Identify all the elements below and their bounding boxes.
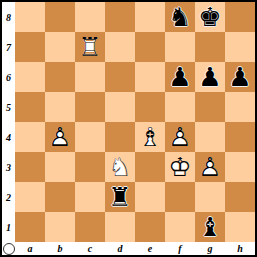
rank-label-1: 1	[2, 212, 15, 242]
piece-black-king: ♚	[195, 2, 225, 32]
square-e6[interactable]	[135, 62, 165, 92]
square-e1[interactable]	[135, 212, 165, 242]
square-h6[interactable]: ♟	[225, 62, 255, 92]
square-h1[interactable]	[225, 212, 255, 242]
square-h7[interactable]	[225, 32, 255, 62]
piece-black-rook: ♜	[105, 182, 135, 212]
square-d6[interactable]	[105, 62, 135, 92]
piece-black-knight: ♞	[165, 2, 195, 32]
square-g3[interactable]: ♟♙	[195, 152, 225, 182]
square-d2[interactable]: ♜	[105, 182, 135, 212]
rank-label-4: 4	[2, 122, 15, 152]
square-c7[interactable]: ♜♖	[75, 32, 105, 62]
square-a2[interactable]	[15, 182, 45, 212]
square-d7[interactable]	[105, 32, 135, 62]
square-c8[interactable]	[75, 2, 105, 32]
square-h2[interactable]	[225, 182, 255, 212]
piece-white-pawn-fill: ♟	[45, 122, 75, 152]
square-f5[interactable]	[165, 92, 195, 122]
piece-white-bishop: ♗	[135, 122, 165, 152]
file-label-d: d	[105, 242, 135, 255]
square-b7[interactable]	[45, 32, 75, 62]
square-f2[interactable]	[165, 182, 195, 212]
square-a6[interactable]	[15, 62, 45, 92]
square-h3[interactable]	[225, 152, 255, 182]
square-g6[interactable]: ♟	[195, 62, 225, 92]
piece-black-pawn: ♟	[225, 62, 255, 92]
piece-black-pawn: ♟	[195, 62, 225, 92]
rank-label-5: 5	[2, 92, 15, 122]
piece-white-knight-fill: ♞	[105, 152, 135, 182]
square-b2[interactable]	[45, 182, 75, 212]
piece-black-pawn: ♟	[165, 62, 195, 92]
square-d4[interactable]	[105, 122, 135, 152]
square-d5[interactable]	[105, 92, 135, 122]
square-h5[interactable]	[225, 92, 255, 122]
square-c2[interactable]	[75, 182, 105, 212]
square-a1[interactable]	[15, 212, 45, 242]
square-f6[interactable]: ♟	[165, 62, 195, 92]
square-e5[interactable]	[135, 92, 165, 122]
square-b6[interactable]	[45, 62, 75, 92]
piece-white-pawn-fill: ♟	[195, 152, 225, 182]
square-a3[interactable]	[15, 152, 45, 182]
square-c5[interactable]	[75, 92, 105, 122]
square-c3[interactable]	[75, 152, 105, 182]
piece-white-pawn: ♙	[45, 122, 75, 152]
square-g8[interactable]: ♚	[195, 2, 225, 32]
rank-label-7: 7	[2, 32, 15, 62]
square-b5[interactable]	[45, 92, 75, 122]
square-h4[interactable]	[225, 122, 255, 152]
piece-white-rook-fill: ♜	[75, 32, 105, 62]
piece-black-bishop: ♝	[195, 212, 225, 242]
side-to-move-cell	[2, 242, 15, 255]
piece-white-king: ♔	[165, 152, 195, 182]
piece-white-knight: ♘	[105, 152, 135, 182]
piece-white-pawn: ♙	[195, 152, 225, 182]
square-g7[interactable]	[195, 32, 225, 62]
square-g1[interactable]: ♝	[195, 212, 225, 242]
square-f8[interactable]: ♞	[165, 2, 195, 32]
square-a5[interactable]	[15, 92, 45, 122]
square-b4[interactable]: ♟♙	[45, 122, 75, 152]
square-g5[interactable]	[195, 92, 225, 122]
square-f1[interactable]	[165, 212, 195, 242]
square-e4[interactable]: ♝♗	[135, 122, 165, 152]
file-label-h: h	[225, 242, 255, 255]
file-label-e: e	[135, 242, 165, 255]
file-label-a: a	[15, 242, 45, 255]
white-to-move-indicator	[3, 243, 15, 255]
square-f4[interactable]: ♟♙	[165, 122, 195, 152]
piece-white-bishop-fill: ♝	[135, 122, 165, 152]
file-label-f: f	[165, 242, 195, 255]
rank-label-6: 6	[2, 62, 15, 92]
square-f3[interactable]: ♚♔	[165, 152, 195, 182]
square-a8[interactable]	[15, 2, 45, 32]
square-c4[interactable]	[75, 122, 105, 152]
chess-diagram: 8♞♚7♜♖6♟♟♟54♟♙♝♗♟♙3♞♘♚♔♟♙2♜1♝abcdefgh	[0, 0, 257, 257]
rank-label-2: 2	[2, 182, 15, 212]
piece-white-rook: ♖	[75, 32, 105, 62]
square-d3[interactable]: ♞♘	[105, 152, 135, 182]
square-b1[interactable]	[45, 212, 75, 242]
piece-white-pawn: ♙	[165, 122, 195, 152]
rank-label-3: 3	[2, 152, 15, 182]
square-f7[interactable]	[165, 32, 195, 62]
square-e2[interactable]	[135, 182, 165, 212]
square-d1[interactable]	[105, 212, 135, 242]
chess-board: 8♞♚7♜♖6♟♟♟54♟♙♝♗♟♙3♞♘♚♔♟♙2♜1♝abcdefgh	[2, 2, 255, 255]
rank-label-8: 8	[2, 2, 15, 32]
square-g2[interactable]	[195, 182, 225, 212]
square-e8[interactable]	[135, 2, 165, 32]
file-label-b: b	[45, 242, 75, 255]
square-e7[interactable]	[135, 32, 165, 62]
square-c6[interactable]	[75, 62, 105, 92]
square-e3[interactable]	[135, 152, 165, 182]
piece-white-pawn-fill: ♟	[165, 122, 195, 152]
square-a7[interactable]	[15, 32, 45, 62]
square-g4[interactable]	[195, 122, 225, 152]
square-h8[interactable]	[225, 2, 255, 32]
file-label-c: c	[75, 242, 105, 255]
square-b3[interactable]	[45, 152, 75, 182]
square-b8[interactable]	[45, 2, 75, 32]
square-c1[interactable]	[75, 212, 105, 242]
square-a4[interactable]	[15, 122, 45, 152]
square-d8[interactable]	[105, 2, 135, 32]
file-label-g: g	[195, 242, 225, 255]
piece-white-king-fill: ♚	[165, 152, 195, 182]
